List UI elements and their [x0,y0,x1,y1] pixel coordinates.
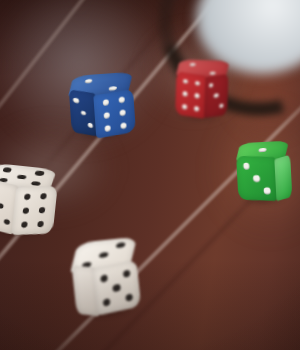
white-die-left-left-pip [0,203,4,209]
blue-die-right-pip [119,96,125,103]
white-die-left-right-face [12,186,58,235]
white-die-left-top-pip [17,174,27,179]
white-die-left-right-pip [23,207,30,213]
red-die-right-pip [214,94,218,98]
red-die-left-pip [183,79,188,84]
white-die-left-left-pip [4,218,10,224]
blue-die [68,72,136,138]
red-die [175,59,229,119]
white-die-left [0,163,59,238]
red-die-right-pip [220,104,224,108]
green-die-left-pip [243,163,250,170]
red-die-left-pip [183,91,188,96]
red-die-left-pip [182,104,187,109]
white-die-bottom-top-pip [98,252,108,258]
red-die-left-pip [194,106,199,111]
dice-photo [0,0,300,350]
blue-die-left-pip [88,123,93,128]
red-die-right-face [204,74,228,118]
green-die-left-face [236,156,277,202]
green-die-right-face [274,154,292,201]
white-die-bottom-right-pip [101,274,109,283]
red-die-left-face [175,71,207,119]
blue-die-right-pip [120,122,126,129]
blue-die-right-pip [104,111,110,118]
green-die-left-pip [264,188,271,195]
white-die-left-top-pip [35,171,45,176]
white-die-left-right-pip [38,221,45,227]
white-die-bottom-right-pip [125,293,133,302]
white-die-bottom-right-pip [123,269,131,278]
blue-die-right-pip [119,109,125,116]
white-die-left-top-pip [3,167,13,172]
red-die-right-pip [209,84,213,88]
green-die-top-pip [258,148,266,152]
white-die-left-right-pip [41,193,48,199]
green-die [235,141,292,204]
red-die-left-pip [195,80,200,85]
blue-die-top-pip [109,86,117,90]
white-die-bottom-right-pip [103,298,111,307]
blue-die-left-pip [81,110,86,115]
dice-layer [0,0,300,350]
white-die-bottom-top-pip [115,242,125,248]
blue-die-right-pip [105,124,111,131]
white-die-bottom [69,237,144,318]
blue-die-left-pip [73,98,78,103]
white-die-left-right-pip [25,193,32,199]
white-die-left-right-pip [22,222,29,228]
red-die-top-pip [209,71,216,74]
white-die-bottom-right-pip [113,284,121,293]
red-die-top-pip [189,63,196,66]
blue-die-top-pip [84,79,92,83]
blue-die-right-pip [103,98,109,105]
blue-die-right-face [94,88,136,138]
white-die-left-right-pip [39,207,46,213]
green-die-left-pip [253,176,260,183]
red-die-left-pip [195,93,200,98]
